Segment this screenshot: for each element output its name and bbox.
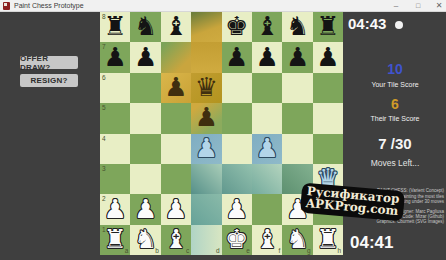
piece-black-rook: ♜ bbox=[100, 11, 130, 41]
opponent-clock: 04:43 bbox=[348, 15, 386, 32]
square-e2[interactable]: ♟ bbox=[222, 194, 252, 224]
piece-black-rook: ♜ bbox=[313, 11, 343, 41]
piece-white-pawn: ♟ bbox=[252, 133, 282, 163]
piece-white-pawn: ♟ bbox=[130, 193, 160, 223]
piece-white-bishop: ♝ bbox=[161, 224, 191, 254]
your-tile-score-label: Your Tile Score bbox=[344, 81, 446, 88]
rank-label-8: 8 bbox=[102, 13, 106, 20]
their-tile-score-label: Their Tile Score bbox=[344, 115, 446, 122]
piece-black-knight: ♞ bbox=[282, 11, 312, 41]
square-a4[interactable]: 4 bbox=[100, 134, 130, 164]
moves-counter: 7 /30 bbox=[344, 135, 446, 152]
square-f5[interactable] bbox=[252, 103, 282, 133]
square-d5[interactable]: ♟ bbox=[191, 103, 221, 133]
rank-label-1: 1 bbox=[102, 226, 106, 233]
square-g6[interactable] bbox=[282, 73, 312, 103]
piece-black-pawn: ♟ bbox=[252, 41, 282, 71]
square-b3[interactable] bbox=[130, 164, 160, 194]
square-h5[interactable] bbox=[313, 103, 343, 133]
square-b1[interactable]: b♞ bbox=[130, 225, 160, 255]
moves-counter-label: Moves Left... bbox=[344, 158, 446, 168]
credits-line: Graphics: Cburnett (SVG Images) bbox=[362, 219, 444, 224]
square-c6[interactable]: ♟ bbox=[161, 73, 191, 103]
square-f1[interactable]: f♝ bbox=[252, 225, 282, 255]
piece-black-pawn: ♟ bbox=[161, 72, 191, 102]
square-c5[interactable] bbox=[161, 103, 191, 133]
square-f2[interactable] bbox=[252, 194, 282, 224]
piece-white-knight: ♞ bbox=[130, 224, 160, 254]
square-c7[interactable] bbox=[161, 42, 191, 72]
piece-black-bishop: ♝ bbox=[161, 11, 191, 41]
square-h6[interactable] bbox=[313, 73, 343, 103]
app-icon bbox=[3, 2, 10, 10]
file-label-d: d bbox=[216, 247, 220, 255]
square-b6[interactable] bbox=[130, 73, 160, 103]
file-label-b: b bbox=[155, 247, 159, 255]
rank-label-5: 5 bbox=[102, 104, 106, 111]
square-c3[interactable] bbox=[161, 164, 191, 194]
square-f8[interactable]: ♝ bbox=[252, 12, 282, 42]
piece-white-pawn: ♟ bbox=[100, 193, 130, 223]
piece-black-king: ♚ bbox=[222, 11, 252, 41]
close-button[interactable]: ✕ bbox=[431, 0, 446, 11]
square-e4[interactable] bbox=[222, 134, 252, 164]
piece-white-rook: ♜ bbox=[100, 224, 130, 254]
square-e3[interactable] bbox=[222, 164, 252, 194]
square-b8[interactable]: ♞ bbox=[130, 12, 160, 42]
rank-label-7: 7 bbox=[102, 43, 106, 50]
piece-black-pawn: ♟ bbox=[100, 41, 130, 71]
square-b7[interactable]: ♟ bbox=[130, 42, 160, 72]
square-d1[interactable]: d bbox=[191, 225, 221, 255]
rank-label-2: 2 bbox=[102, 195, 106, 202]
their-tile-score-value: 6 bbox=[344, 96, 446, 112]
square-d3[interactable] bbox=[191, 164, 221, 194]
piece-white-bishop: ♝ bbox=[252, 224, 282, 254]
square-g4[interactable] bbox=[282, 134, 312, 164]
square-f7[interactable]: ♟ bbox=[252, 42, 282, 72]
piece-black-pawn: ♟ bbox=[282, 41, 312, 71]
piece-white-rook: ♜ bbox=[313, 224, 343, 254]
piece-white-king: ♚ bbox=[222, 224, 252, 254]
square-h4[interactable] bbox=[313, 134, 343, 164]
square-d6[interactable]: ♛ bbox=[191, 73, 221, 103]
piece-black-knight: ♞ bbox=[130, 11, 160, 41]
piece-white-knight: ♞ bbox=[282, 224, 312, 254]
square-g5[interactable] bbox=[282, 103, 312, 133]
square-a7[interactable]: 7♟ bbox=[100, 42, 130, 72]
piece-black-pawn: ♟ bbox=[191, 102, 221, 132]
square-h8[interactable]: ♜ bbox=[313, 12, 343, 42]
file-label-e: e bbox=[246, 247, 250, 255]
square-g1[interactable]: g♞ bbox=[282, 225, 312, 255]
square-c4[interactable] bbox=[161, 134, 191, 164]
piece-white-pawn: ♟ bbox=[161, 193, 191, 223]
piece-black-pawn: ♟ bbox=[222, 41, 252, 71]
square-f4[interactable]: ♟ bbox=[252, 134, 282, 164]
square-a3[interactable]: 3 bbox=[100, 164, 130, 194]
player-clock: 04:41 bbox=[350, 233, 393, 253]
square-d8[interactable] bbox=[191, 12, 221, 42]
piece-black-pawn: ♟ bbox=[130, 41, 160, 71]
square-d2[interactable] bbox=[191, 194, 221, 224]
title-bar: Paint Chess Prototype – □ ✕ bbox=[0, 0, 446, 12]
square-e6[interactable] bbox=[222, 73, 252, 103]
square-e7[interactable]: ♟ bbox=[222, 42, 252, 72]
square-b4[interactable] bbox=[130, 134, 160, 164]
minimize-button[interactable]: – bbox=[388, 0, 404, 11]
square-c1[interactable]: c♝ bbox=[161, 225, 191, 255]
piece-white-pawn: ♟ bbox=[191, 133, 221, 163]
piece-black-pawn: ♟ bbox=[313, 41, 343, 71]
file-label-h: h bbox=[338, 247, 342, 255]
offer-draw-button[interactable]: OFFER DRAW? bbox=[20, 56, 78, 69]
square-e8[interactable]: ♚ bbox=[222, 12, 252, 42]
file-label-g: g bbox=[307, 247, 311, 255]
square-b2[interactable]: ♟ bbox=[130, 194, 160, 224]
square-a1[interactable]: 1a♜ bbox=[100, 225, 130, 255]
square-g7[interactable]: ♟ bbox=[282, 42, 312, 72]
piece-white-pawn: ♟ bbox=[222, 193, 252, 223]
rank-label-6: 6 bbox=[102, 74, 106, 81]
square-e1[interactable]: e♚ bbox=[222, 225, 252, 255]
file-label-c: c bbox=[186, 247, 189, 255]
square-d7[interactable] bbox=[191, 42, 221, 72]
square-h7[interactable]: ♟ bbox=[313, 42, 343, 72]
your-tile-score-value: 10 bbox=[344, 61, 446, 77]
app-window: Paint Chess Prototype – □ ✕ OFFER DRAW? … bbox=[0, 0, 446, 260]
maximize-button[interactable]: □ bbox=[410, 0, 426, 11]
window-title: Paint Chess Prototype bbox=[14, 1, 84, 10]
square-c8[interactable]: ♝ bbox=[161, 12, 191, 42]
square-h1[interactable]: h♜ bbox=[313, 225, 343, 255]
resign-button[interactable]: RESIGN? bbox=[20, 74, 78, 87]
square-g8[interactable]: ♞ bbox=[282, 12, 312, 42]
rank-label-3: 3 bbox=[102, 165, 106, 172]
square-f3[interactable] bbox=[252, 164, 282, 194]
square-a2[interactable]: 2♟ bbox=[100, 194, 130, 224]
square-b5[interactable] bbox=[130, 103, 160, 133]
file-label-f: f bbox=[279, 247, 281, 255]
piece-black-queen: ♛ bbox=[191, 72, 221, 102]
piece-black-bishop: ♝ bbox=[252, 11, 282, 41]
file-label-a: a bbox=[125, 247, 129, 255]
chess-board: 8♜♞♝♚♝♞♜7♟♟♟♟♟♟6♟♛5♟4♟♟3♛2♟♟♟♟♟1a♜b♞c♝de… bbox=[100, 12, 343, 255]
turn-indicator-dot bbox=[395, 21, 403, 29]
square-a6[interactable]: 6 bbox=[100, 73, 130, 103]
square-a5[interactable]: 5 bbox=[100, 103, 130, 133]
square-e5[interactable] bbox=[222, 103, 252, 133]
square-f6[interactable] bbox=[252, 73, 282, 103]
square-a8[interactable]: 8♜ bbox=[100, 12, 130, 42]
rank-label-4: 4 bbox=[102, 135, 106, 142]
square-c2[interactable]: ♟ bbox=[161, 194, 191, 224]
square-d4[interactable]: ♟ bbox=[191, 134, 221, 164]
